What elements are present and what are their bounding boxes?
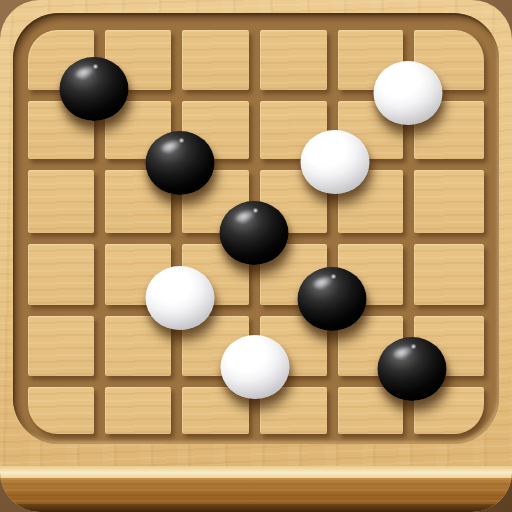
- black-stone[interactable]: ●: [298, 267, 367, 331]
- black-stone[interactable]: ●: [378, 337, 447, 401]
- black-stone[interactable]: ●: [220, 201, 289, 265]
- white-stone[interactable]: ○: [301, 130, 370, 194]
- white-stone[interactable]: ○: [146, 266, 215, 330]
- white-stone[interactable]: ○: [221, 335, 290, 399]
- black-stone[interactable]: ●: [146, 131, 215, 195]
- white-stone[interactable]: ○: [374, 61, 443, 125]
- stones-layer: ●○●○●○●○●: [0, 0, 512, 512]
- black-stone[interactable]: ●: [60, 57, 129, 121]
- app-background: { "game": "gomoku (five-in-a-row) on a c…: [0, 0, 512, 512]
